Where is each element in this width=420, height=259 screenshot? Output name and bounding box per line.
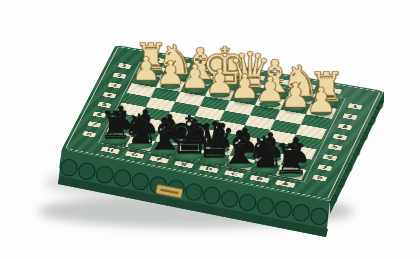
carved-circle bbox=[204, 187, 220, 203]
carved-circle bbox=[79, 163, 95, 179]
carved-circle bbox=[293, 205, 309, 221]
carved-circle bbox=[257, 198, 273, 214]
carved-circle bbox=[311, 208, 327, 224]
carved-circle bbox=[132, 173, 148, 189]
carved-circle bbox=[239, 194, 255, 210]
carved-circle bbox=[97, 167, 113, 183]
carved-circle bbox=[186, 184, 202, 200]
carved-circle bbox=[222, 191, 238, 207]
carved-circle bbox=[61, 160, 77, 176]
carved-circle bbox=[114, 170, 130, 186]
chess-set-photo: HHGGFFEEDDCCBBAA1122334455667788 bbox=[0, 0, 420, 259]
carved-circle bbox=[275, 201, 291, 217]
